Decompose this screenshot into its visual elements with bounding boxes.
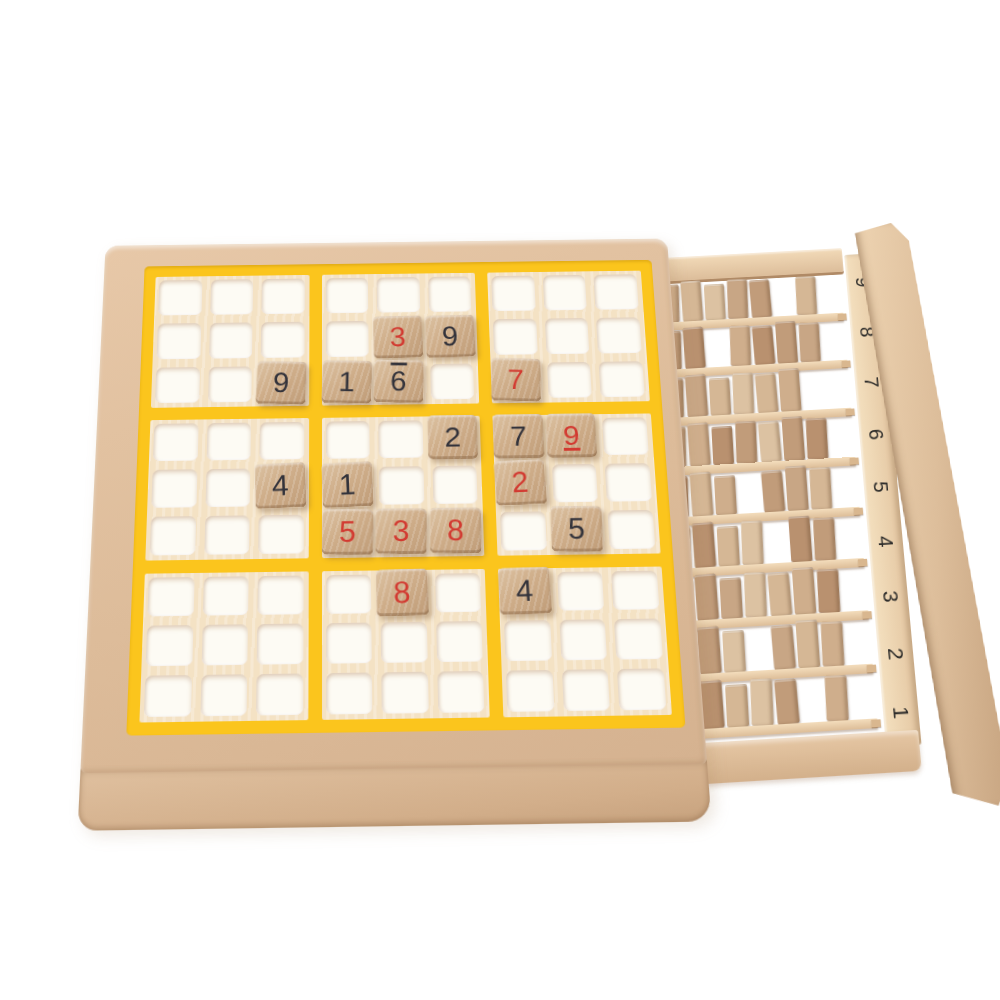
tile-digit: 9 xyxy=(562,421,580,450)
cell-pocket xyxy=(611,570,659,610)
drawer-tile xyxy=(732,373,754,415)
tile-digit: 8 xyxy=(393,576,411,607)
drawer-tile xyxy=(719,577,743,619)
cell-r3c7: 7 xyxy=(491,358,545,403)
cell-r3c8 xyxy=(543,358,598,403)
block-9: 4 xyxy=(498,566,672,717)
cell-r1c3 xyxy=(257,275,309,319)
cell-pocket xyxy=(150,516,196,555)
cell-r8c6 xyxy=(432,617,489,667)
number-tile-r5c3-4: 4 xyxy=(255,462,307,509)
cell-r8c4 xyxy=(322,619,378,669)
cell-r7c3 xyxy=(253,571,308,620)
cell-r5c1 xyxy=(147,465,202,512)
cell-r8c7 xyxy=(500,616,557,666)
cell-r7c1 xyxy=(143,573,199,622)
cell-r5c6 xyxy=(428,462,483,509)
cell-r2c6: 9 xyxy=(425,316,478,360)
cell-r1c1 xyxy=(154,276,207,320)
cell-pocket xyxy=(504,620,552,661)
drawer-tile xyxy=(711,426,734,465)
cell-pocket xyxy=(258,515,303,554)
cell-r9c2 xyxy=(196,670,253,722)
number-tile-r5c4-1: 1 xyxy=(321,461,373,508)
cell-pocket xyxy=(256,674,303,716)
cell-r4c2 xyxy=(202,419,256,465)
sudoku-board-box: 939167421538792584 xyxy=(78,239,712,831)
drawer-tile xyxy=(771,625,796,670)
cell-r5c5 xyxy=(375,462,429,509)
cell-r6c1 xyxy=(145,512,201,560)
rail-label-1: 1 xyxy=(870,692,931,732)
cell-pocket xyxy=(377,277,420,312)
tile-digit: 1 xyxy=(338,367,355,395)
block-1: 9 xyxy=(151,275,309,408)
drawer-tile xyxy=(682,327,705,369)
cell-r7c9 xyxy=(607,566,665,615)
cell-r9c9 xyxy=(613,664,672,715)
drawer-tile xyxy=(795,276,817,315)
tile-digit: 8 xyxy=(447,515,464,545)
cell-r6c6: 8 xyxy=(429,508,484,556)
number-tile-r4c8-9: 9 xyxy=(545,414,597,458)
cell-pocket xyxy=(326,574,372,614)
cell-r8c8 xyxy=(555,616,613,666)
drawer-tile xyxy=(806,418,829,459)
cell-r6c9 xyxy=(604,506,661,554)
block-8: 8 xyxy=(322,569,490,720)
cell-r9c6 xyxy=(433,667,490,718)
cell-r1c2 xyxy=(206,276,258,320)
cell-pocket xyxy=(325,278,368,313)
drawer-tile xyxy=(749,279,772,318)
rail-label-2: 2 xyxy=(866,634,926,673)
divider-peg xyxy=(850,457,859,464)
number-tile-r4c6-2: 2 xyxy=(427,415,478,459)
cell-pocket xyxy=(491,276,535,311)
cell-pocket xyxy=(208,366,252,403)
cell-r5c4: 1 xyxy=(322,463,376,510)
cell-pocket xyxy=(205,469,250,507)
drawer-tile xyxy=(687,422,711,466)
cell-r6c8: 5 xyxy=(550,506,607,554)
number-tile-r6c6-8: 8 xyxy=(430,507,481,553)
rail-label-3: 3 xyxy=(861,578,920,616)
drawer-tile xyxy=(697,626,722,674)
drawer-tile xyxy=(774,679,800,725)
cell-pocket xyxy=(493,318,538,354)
cell-r3c9 xyxy=(595,357,650,402)
divider-peg xyxy=(854,508,864,515)
cell-r4c5 xyxy=(374,417,428,463)
number-tile-r7c5-8: 8 xyxy=(376,568,429,616)
cell-pocket xyxy=(379,466,424,504)
cell-r5c7: 2 xyxy=(494,461,549,508)
cell-r1c9 xyxy=(590,271,644,314)
tile-digit: 2 xyxy=(511,467,530,497)
number-tile-r3c3-9: 9 xyxy=(255,360,306,404)
cell-pocket xyxy=(261,322,304,358)
drawer-tile xyxy=(689,472,713,517)
cell-pocket xyxy=(608,510,655,549)
cell-pocket xyxy=(326,623,372,664)
cell-r8c9 xyxy=(610,615,668,665)
cell-pocket xyxy=(261,279,304,314)
cell-r9c4 xyxy=(322,668,378,719)
cell-pocket xyxy=(381,622,428,663)
drawer-tile xyxy=(730,325,752,366)
cell-pocket xyxy=(428,276,472,311)
cell-pocket xyxy=(326,321,369,357)
cell-r7c6 xyxy=(431,569,487,618)
cell-r8c2 xyxy=(197,621,253,671)
block-6: 7925 xyxy=(493,414,661,556)
cell-pocket xyxy=(155,367,200,404)
drawer-tile xyxy=(685,374,709,417)
cell-pocket xyxy=(557,571,605,611)
drawer-tile xyxy=(680,280,703,322)
cell-r2c9 xyxy=(592,313,647,357)
tile-digit: 7 xyxy=(508,365,524,393)
cell-r6c2 xyxy=(200,511,255,559)
drawer-tile xyxy=(714,475,737,515)
divider-peg xyxy=(846,408,855,415)
drawer-tile xyxy=(692,522,716,568)
cell-r7c5: 8 xyxy=(376,569,432,618)
drawer-tile xyxy=(813,517,836,560)
cell-pocket xyxy=(147,577,194,617)
cell-r3c5: 6 xyxy=(374,360,427,405)
cell-r1c5 xyxy=(373,273,425,317)
cell-r4c3 xyxy=(255,418,308,464)
cell-pocket xyxy=(157,323,201,359)
drawer-tile xyxy=(694,573,719,620)
cell-pocket xyxy=(562,669,611,711)
cell-pocket xyxy=(500,511,547,550)
cell-pocket xyxy=(381,672,428,714)
number-tile-r6c8-5: 5 xyxy=(550,506,603,552)
cell-pocket xyxy=(257,624,303,665)
cell-pocket xyxy=(506,670,554,712)
cell-r2c1 xyxy=(152,319,205,363)
cell-pocket xyxy=(151,469,197,507)
cell-pocket xyxy=(202,576,248,616)
cell-r9c1 xyxy=(139,671,196,723)
cell-r9c5 xyxy=(377,668,434,719)
drawer-tile xyxy=(750,678,774,725)
drawer-tile xyxy=(817,569,841,613)
cell-r4c8: 9 xyxy=(545,414,600,460)
cell-r3c6 xyxy=(426,359,480,404)
cell-pocket xyxy=(436,621,483,662)
tile-digit: 3 xyxy=(389,323,406,351)
cell-r6c7 xyxy=(496,507,552,555)
cell-r1c6 xyxy=(424,273,477,317)
drawer-tile xyxy=(758,421,782,462)
cell-r5c3: 4 xyxy=(255,464,309,511)
number-tile-r3c5-6: 6 xyxy=(373,359,423,403)
cell-r9c3 xyxy=(252,669,308,720)
drawer-tile xyxy=(788,516,812,563)
tile-digit: 5 xyxy=(339,517,356,547)
cell-pocket xyxy=(543,275,588,310)
cell-r2c8 xyxy=(541,314,595,358)
cell-r3c4: 1 xyxy=(322,361,375,406)
cell-pocket xyxy=(153,424,198,462)
cell-pocket xyxy=(617,669,666,711)
cell-pocket xyxy=(200,674,247,716)
cell-r7c7: 4 xyxy=(498,568,555,617)
cell-pocket xyxy=(559,620,607,661)
board-top-surface: 939167421538792584 xyxy=(80,239,707,774)
cell-r4c4 xyxy=(322,417,375,463)
number-tile-r2c5-3: 3 xyxy=(373,315,423,358)
cell-r1c7 xyxy=(488,272,541,315)
drawer-tile xyxy=(778,368,801,412)
tile-digit: 1 xyxy=(338,470,356,500)
cell-pocket xyxy=(209,322,253,358)
cell-r1c4 xyxy=(322,274,374,318)
cell-pocket xyxy=(204,515,250,554)
cell-pocket xyxy=(594,274,639,309)
cell-r7c8 xyxy=(553,567,610,616)
tile-digit: 4 xyxy=(272,471,289,501)
block-7 xyxy=(139,571,308,722)
tile-digit: 3 xyxy=(393,516,410,546)
tile-digit: 9 xyxy=(441,322,458,350)
block-3: 7 xyxy=(488,271,650,404)
block-2: 3916 xyxy=(322,273,480,406)
cell-r6c4: 5 xyxy=(322,510,376,558)
cell-r6c5: 3 xyxy=(375,509,430,557)
block-4: 4 xyxy=(145,418,309,560)
cell-pocket xyxy=(144,675,192,717)
drawer-tile xyxy=(781,416,805,461)
number-tile-r4c7-7: 7 xyxy=(493,414,545,458)
cell-r2c4 xyxy=(322,317,374,361)
drawer-tile xyxy=(795,619,820,668)
cell-pocket xyxy=(605,463,652,501)
cell-r7c2 xyxy=(198,572,254,621)
cell-pocket xyxy=(614,619,663,660)
cell-r4c7: 7 xyxy=(493,415,548,461)
cell-r8c1 xyxy=(141,621,198,671)
cell-pocket xyxy=(437,671,485,713)
cell-r3c3: 9 xyxy=(256,362,309,407)
drawer-tile xyxy=(709,377,731,415)
cell-r3c1 xyxy=(151,363,205,408)
cell-r2c7 xyxy=(489,315,543,359)
number-tile-r5c7-2: 2 xyxy=(494,459,548,506)
cell-r4c9 xyxy=(598,414,654,460)
number-tile-r7c7-4: 4 xyxy=(498,566,552,614)
cell-pocket xyxy=(599,361,645,398)
cell-pocket xyxy=(326,421,370,459)
drawer-tile xyxy=(809,467,832,509)
cell-r2c5: 3 xyxy=(373,316,426,360)
cell-r7c4 xyxy=(322,570,377,619)
drawer-tile xyxy=(741,521,764,565)
number-tile-r3c7-7: 7 xyxy=(491,357,541,401)
drawer-tile xyxy=(722,630,746,673)
number-tile-r6c4-5: 5 xyxy=(321,509,373,555)
cell-r2c2 xyxy=(205,318,258,362)
number-tile-r6c5-3: 3 xyxy=(376,508,427,554)
drawer-tile xyxy=(825,675,849,721)
drawer-tile xyxy=(799,322,821,362)
drawer-tile xyxy=(767,572,792,616)
sudoku-grid: 939167421538792584 xyxy=(126,260,685,736)
cell-pocket xyxy=(545,318,590,354)
cell-r5c2 xyxy=(201,465,255,512)
cell-pocket xyxy=(430,363,475,400)
cell-pocket xyxy=(210,279,253,314)
cell-r2c3 xyxy=(257,318,309,362)
drawer-tile xyxy=(761,470,785,512)
tile-digit: 2 xyxy=(444,423,461,452)
drawer-tile xyxy=(775,321,798,364)
cell-pocket xyxy=(552,464,598,502)
drawer-tile xyxy=(735,421,757,463)
cell-r5c8 xyxy=(548,460,604,507)
cell-pocket xyxy=(435,573,482,613)
cell-r4c6: 2 xyxy=(427,416,481,462)
drawer-tile xyxy=(744,572,767,617)
drawer-tile xyxy=(785,465,809,511)
drawer-tile xyxy=(752,325,776,365)
divider-peg xyxy=(842,360,851,367)
cell-pocket xyxy=(432,466,478,504)
cell-pocket xyxy=(201,625,248,666)
cell-pocket xyxy=(259,422,303,460)
drawer-tile xyxy=(717,526,740,567)
drawer-tile xyxy=(792,567,817,615)
tile-digit: 6 xyxy=(390,367,407,395)
drawer-tile xyxy=(727,279,748,319)
cell-r6c3 xyxy=(254,511,308,559)
drawer-tile xyxy=(704,284,726,321)
tile-digit: 4 xyxy=(516,575,535,606)
drawer-tile xyxy=(821,621,845,666)
cell-pocket xyxy=(146,625,193,666)
cell-pocket xyxy=(326,673,373,715)
number-tile-r3c4-1: 1 xyxy=(321,360,372,404)
drawer-tile xyxy=(725,684,749,728)
cell-pocket xyxy=(257,575,303,615)
block-5: 21538 xyxy=(322,416,485,558)
cell-r9c8 xyxy=(557,665,616,716)
cell-r8c5 xyxy=(377,618,433,668)
cell-pocket xyxy=(206,423,251,461)
cell-r8c3 xyxy=(253,620,309,670)
tile-digit: 9 xyxy=(272,368,290,396)
cell-pocket xyxy=(596,317,641,353)
cell-pocket xyxy=(378,421,423,459)
cell-r3c2 xyxy=(204,362,257,407)
cell-pocket xyxy=(547,361,592,398)
cell-pocket xyxy=(602,418,648,456)
number-tile-r2c6-9: 9 xyxy=(425,314,476,357)
cell-pocket xyxy=(158,280,202,315)
product-photo-stage: 987654321 939167421538792584 xyxy=(0,0,1000,1000)
cell-r4c1 xyxy=(149,420,203,466)
tile-digit: 7 xyxy=(510,422,528,451)
cell-r1c8 xyxy=(539,271,593,314)
drawer-tile xyxy=(755,373,779,413)
tile-digit: 5 xyxy=(567,514,585,544)
cell-r5c9 xyxy=(601,459,657,506)
cell-r9c7 xyxy=(502,666,560,717)
